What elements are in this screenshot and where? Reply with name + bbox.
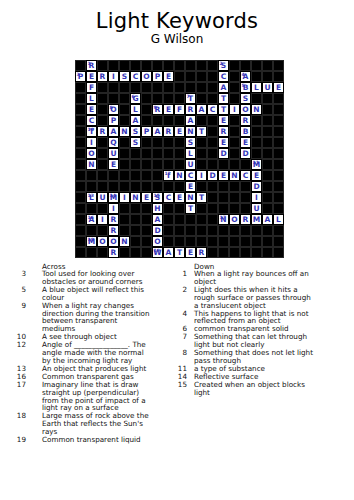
black-cell bbox=[185, 214, 196, 225]
clue-text: Something that can let through light but… bbox=[194, 333, 316, 349]
grid-cell-r17c10[interactable]: E bbox=[185, 247, 196, 258]
cell-letter: E bbox=[177, 193, 182, 203]
clue-number: 7 bbox=[175, 333, 187, 349]
grid-cell-r14c14[interactable]: O bbox=[229, 214, 240, 225]
black-cell bbox=[108, 93, 119, 104]
grid-cell-r12c9[interactable]: E bbox=[174, 192, 185, 203]
clue-item: 4This happens to light that is not refle… bbox=[175, 310, 350, 326]
clue-item: 12Angle of _______________. The angle ma… bbox=[14, 341, 164, 365]
black-cell bbox=[273, 225, 284, 236]
grid-cell-r4c13[interactable]: T bbox=[218, 104, 229, 115]
black-cell bbox=[207, 159, 218, 170]
black-cell bbox=[251, 148, 262, 159]
black-cell bbox=[141, 137, 152, 148]
black-cell bbox=[196, 60, 207, 71]
black-cell bbox=[229, 192, 240, 203]
cell-letter: A bbox=[133, 116, 139, 126]
clue-item: 19Common transparent liquid bbox=[14, 436, 164, 444]
cell-letter: I bbox=[112, 204, 115, 214]
black-cell bbox=[185, 82, 196, 93]
grid-cell-r7c10[interactable]: S bbox=[185, 137, 196, 148]
black-cell bbox=[196, 115, 207, 126]
grid-cell-r2c17[interactable]: U bbox=[262, 82, 273, 93]
black-cell bbox=[229, 82, 240, 93]
black-cell bbox=[75, 115, 86, 126]
grid-cell-r17c8[interactable]: A bbox=[163, 247, 174, 258]
black-cell bbox=[240, 181, 251, 192]
black-cell bbox=[130, 148, 141, 159]
grid-cell-r13c3[interactable]: I bbox=[108, 203, 119, 214]
grid-cell-r12c10[interactable]: N bbox=[185, 192, 196, 203]
grid-cell-r5c5[interactable]: A bbox=[130, 115, 141, 126]
cell-letter: N bbox=[187, 127, 193, 137]
black-cell bbox=[174, 225, 185, 236]
grid-cell-r12c3[interactable]: 14M bbox=[108, 192, 119, 203]
grid-cell-r14c13[interactable]: 17N bbox=[218, 214, 229, 225]
cell-letter: C bbox=[89, 116, 95, 126]
cell-number: 11 bbox=[253, 160, 259, 165]
clue-item: 3Tool used for looking over obstacles or… bbox=[14, 270, 164, 286]
black-cell bbox=[152, 93, 163, 104]
grid-cell-r1c13[interactable]: C bbox=[218, 71, 229, 82]
grid-cell-r12c1[interactable]: 13L bbox=[86, 192, 97, 203]
black-cell bbox=[75, 214, 86, 225]
black-cell bbox=[185, 60, 196, 71]
cell-letter: C bbox=[133, 72, 139, 82]
black-cell bbox=[207, 60, 218, 71]
black-cell bbox=[141, 115, 152, 126]
black-cell bbox=[75, 225, 86, 236]
black-cell bbox=[273, 148, 284, 159]
grid-cell-r10c10[interactable]: C bbox=[185, 170, 196, 181]
black-cell bbox=[119, 181, 130, 192]
black-cell bbox=[207, 137, 218, 148]
clue-text: A blue object will reflect this colour bbox=[42, 286, 152, 302]
black-cell bbox=[163, 148, 174, 159]
black-cell bbox=[229, 71, 240, 82]
grid-cell-r6c11[interactable]: T bbox=[196, 126, 207, 137]
grid-cell-r10c16[interactable]: E bbox=[251, 170, 262, 181]
grid-cell-r14c3[interactable]: R bbox=[108, 214, 119, 225]
grid-cell-r2c16[interactable]: L bbox=[251, 82, 262, 93]
black-cell bbox=[273, 192, 284, 203]
grid-cell-r14c18[interactable]: L bbox=[273, 214, 284, 225]
grid-cell-r5c13[interactable]: E bbox=[218, 115, 229, 126]
cell-letter: S bbox=[122, 72, 127, 82]
grid-cell-r10c15[interactable]: C bbox=[240, 170, 251, 181]
grid-cell-r2c15[interactable]: 5B bbox=[240, 82, 251, 93]
black-cell bbox=[262, 159, 273, 170]
black-cell bbox=[97, 82, 108, 93]
grid-cell-r14c17[interactable]: A bbox=[262, 214, 273, 225]
black-cell bbox=[75, 192, 86, 203]
cell-number: 1 bbox=[88, 61, 91, 66]
grid-cell-r7c13[interactable]: E bbox=[218, 137, 229, 148]
black-cell bbox=[185, 71, 196, 82]
black-cell bbox=[152, 148, 163, 159]
grid-cell-r3c10[interactable]: 7T bbox=[185, 93, 196, 104]
grid-cell-r12c7[interactable]: 15S bbox=[152, 192, 163, 203]
grid-cell-r4c10[interactable]: R bbox=[185, 104, 196, 115]
black-cell bbox=[108, 181, 119, 192]
black-cell bbox=[130, 236, 141, 247]
cell-letter: R bbox=[221, 127, 227, 137]
grid-cell-r14c2[interactable]: I bbox=[97, 214, 108, 225]
black-cell bbox=[174, 214, 185, 225]
cell-letter: R bbox=[199, 248, 205, 258]
grid-cell-r14c1[interactable]: 16A bbox=[86, 214, 97, 225]
grid-cell-r5c3[interactable]: P bbox=[108, 115, 119, 126]
black-cell bbox=[75, 236, 86, 247]
cell-letter: I bbox=[123, 193, 126, 203]
grid-cell-r14c16[interactable]: M bbox=[251, 214, 262, 225]
grid-cell-r12c11[interactable]: T bbox=[196, 192, 207, 203]
black-cell bbox=[207, 203, 218, 214]
cell-letter: T bbox=[177, 248, 182, 258]
cell-letter: D bbox=[154, 226, 160, 236]
grid-cell-r2c18[interactable]: E bbox=[273, 82, 284, 93]
black-cell bbox=[152, 170, 163, 181]
cell-number: 12 bbox=[165, 171, 171, 176]
black-cell bbox=[273, 115, 284, 126]
black-cell bbox=[75, 247, 86, 258]
black-cell bbox=[174, 137, 185, 148]
grid-cell-r4c11[interactable]: A bbox=[196, 104, 207, 115]
grid-cell-r16c7[interactable]: O bbox=[152, 236, 163, 247]
black-cell bbox=[141, 148, 152, 159]
grid-cell-r17c7[interactable]: 19W bbox=[152, 247, 163, 258]
cell-letter: A bbox=[155, 127, 161, 137]
cell-number: 14 bbox=[110, 193, 116, 198]
black-cell bbox=[196, 203, 207, 214]
clue-number: 2 bbox=[175, 286, 187, 310]
grid-cell-r4c8[interactable]: E bbox=[163, 104, 174, 115]
black-cell bbox=[97, 60, 108, 71]
grid-cell-r1c0[interactable]: 3P bbox=[75, 71, 86, 82]
black-cell bbox=[262, 192, 273, 203]
cell-letter: E bbox=[221, 116, 226, 126]
cell-letter: O bbox=[99, 237, 105, 247]
black-cell bbox=[163, 214, 174, 225]
grid-cell-r12c5[interactable]: N bbox=[130, 192, 141, 203]
black-cell bbox=[141, 225, 152, 236]
grid-cell-r13c7[interactable]: H bbox=[152, 203, 163, 214]
black-cell bbox=[130, 214, 141, 225]
clue-text: Imaginary line that is draw straight up … bbox=[42, 381, 152, 413]
clue-number: 1 bbox=[175, 270, 187, 286]
cell-number: 13 bbox=[88, 193, 94, 198]
black-cell bbox=[119, 82, 130, 93]
cell-letter: N bbox=[121, 127, 127, 137]
grid-cell-r16c2[interactable]: O bbox=[97, 236, 108, 247]
cell-letter: N bbox=[253, 105, 259, 115]
grid-cell-r16c4[interactable]: N bbox=[119, 236, 130, 247]
black-cell bbox=[141, 170, 152, 181]
grid-cell-r12c2[interactable]: U bbox=[97, 192, 108, 203]
grid-cell-r3c1[interactable]: L bbox=[86, 93, 97, 104]
grid-cell-r14c15[interactable]: R bbox=[240, 214, 251, 225]
grid-cell-r7c3[interactable]: Q bbox=[108, 137, 119, 148]
grid-cell-r5c1[interactable]: C bbox=[86, 115, 97, 126]
grid-cell-r3c13[interactable]: T bbox=[218, 93, 229, 104]
grid-cell-r3c15[interactable]: S bbox=[240, 93, 251, 104]
cell-letter: R bbox=[111, 215, 117, 225]
black-cell bbox=[119, 159, 130, 170]
cell-letter: S bbox=[133, 138, 138, 148]
grid-cell-r8c13[interactable]: D bbox=[218, 148, 229, 159]
grid-cell-r2c13[interactable]: A bbox=[218, 82, 229, 93]
cell-number: 18 bbox=[88, 237, 94, 242]
cell-number: 19 bbox=[154, 248, 160, 253]
grid-cell-r6c10[interactable]: N bbox=[185, 126, 196, 137]
grid-cell-r6c4[interactable]: N bbox=[119, 126, 130, 137]
cell-letter: E bbox=[188, 248, 193, 258]
cell-letter: P bbox=[155, 72, 161, 82]
cell-number: 15 bbox=[154, 193, 160, 198]
grid-cell-r2c1[interactable]: F bbox=[86, 82, 97, 93]
grid-cell-r9c3[interactable]: E bbox=[108, 159, 119, 170]
cell-number: 6 bbox=[132, 94, 135, 99]
black-cell bbox=[75, 137, 86, 148]
grid-cell-r1c2[interactable]: R bbox=[97, 71, 108, 82]
grid-cell-r9c1[interactable]: N bbox=[86, 159, 97, 170]
grid-cell-r0c1[interactable]: 1R bbox=[86, 60, 97, 71]
cell-letter: U bbox=[110, 149, 116, 159]
black-cell bbox=[207, 236, 218, 247]
grid-cell-r4c7[interactable]: 9R bbox=[152, 104, 163, 115]
black-cell bbox=[262, 71, 273, 82]
black-cell bbox=[141, 214, 152, 225]
cell-letter: D bbox=[242, 149, 248, 159]
grid-cell-r7c1[interactable]: I bbox=[86, 137, 97, 148]
cell-letter: C bbox=[243, 171, 249, 181]
grid-cell-r0c13[interactable]: 2S bbox=[218, 60, 229, 71]
grid-cell-r12c16[interactable]: I bbox=[251, 192, 262, 203]
clue-text: Angle of _______________. The angle made… bbox=[42, 341, 152, 365]
grid-cell-r1c4[interactable]: S bbox=[119, 71, 130, 82]
black-cell bbox=[141, 236, 152, 247]
grid-cell-r15c7[interactable]: D bbox=[152, 225, 163, 236]
grid-cell-r4c16[interactable]: N bbox=[251, 104, 262, 115]
grid-cell-r10c11[interactable]: I bbox=[196, 170, 207, 181]
grid-cell-r10c14[interactable]: N bbox=[229, 170, 240, 181]
cell-number: 3 bbox=[77, 72, 80, 77]
grid-cell-r17c9[interactable]: T bbox=[174, 247, 185, 258]
grid-cell-r10c9[interactable]: N bbox=[174, 170, 185, 181]
black-cell bbox=[75, 159, 86, 170]
grid-cell-r6c9[interactable]: E bbox=[174, 126, 185, 137]
black-cell bbox=[262, 203, 273, 214]
cell-letter: N bbox=[132, 193, 138, 203]
black-cell bbox=[163, 236, 174, 247]
clue-item: 15Created when an object blocks light bbox=[175, 381, 350, 397]
cell-letter: A bbox=[265, 215, 271, 225]
grid-cell-r1c15[interactable]: 4A bbox=[240, 71, 251, 82]
black-cell bbox=[273, 170, 284, 181]
cell-letter: I bbox=[90, 138, 93, 148]
grid-cell-r7c15[interactable]: E bbox=[240, 137, 251, 148]
grid-cell-r5c15[interactable]: R bbox=[240, 115, 251, 126]
grid-cell-r4c14[interactable]: I bbox=[229, 104, 240, 115]
black-cell bbox=[229, 247, 240, 258]
black-cell bbox=[152, 181, 163, 192]
black-cell bbox=[251, 115, 262, 126]
grid-cell-r6c2[interactable]: R bbox=[97, 126, 108, 137]
black-cell bbox=[75, 170, 86, 181]
black-cell bbox=[97, 137, 108, 148]
black-cell bbox=[174, 71, 185, 82]
grid-cell-r10c8[interactable]: 12I bbox=[163, 170, 174, 181]
grid-cell-r6c7[interactable]: A bbox=[152, 126, 163, 137]
grid-cell-r1c3[interactable]: I bbox=[108, 71, 119, 82]
grid-cell-r7c5[interactable]: S bbox=[130, 137, 141, 148]
black-cell bbox=[152, 159, 163, 170]
black-cell bbox=[75, 104, 86, 115]
black-cell bbox=[163, 225, 174, 236]
cell-number: 4 bbox=[242, 72, 245, 77]
black-cell bbox=[218, 203, 229, 214]
black-cell bbox=[262, 115, 273, 126]
black-cell bbox=[229, 181, 240, 192]
grid-cell-r16c1[interactable]: 18M bbox=[86, 236, 97, 247]
black-cell bbox=[174, 82, 185, 93]
grid-cell-r11c10[interactable]: E bbox=[185, 181, 196, 192]
clue-text: Large mass of rock above the Earth that … bbox=[42, 412, 152, 436]
black-cell bbox=[196, 225, 207, 236]
cell-letter: A bbox=[199, 105, 205, 115]
black-cell bbox=[97, 181, 108, 192]
grid-cell-r4c9[interactable]: F bbox=[174, 104, 185, 115]
grid-cell-r15c3[interactable]: R bbox=[108, 225, 119, 236]
grid-cell-r10c12[interactable]: D bbox=[207, 170, 218, 181]
black-cell bbox=[240, 203, 251, 214]
grid-cell-r4c3[interactable]: 8O bbox=[108, 104, 119, 115]
grid-cell-r8c15[interactable]: D bbox=[240, 148, 251, 159]
grid-cell-r4c1[interactable]: E bbox=[86, 104, 97, 115]
black-cell bbox=[185, 225, 196, 236]
clue-number: 4 bbox=[175, 310, 187, 326]
grid-cell-r9c10[interactable]: U bbox=[185, 159, 196, 170]
grid-cell-r9c16[interactable]: 11M bbox=[251, 159, 262, 170]
cell-letter: A bbox=[188, 116, 194, 126]
cell-letter: H bbox=[154, 204, 160, 214]
cell-number: 17 bbox=[220, 215, 226, 220]
black-cell bbox=[130, 225, 141, 236]
grid-cell-r14c7[interactable]: A bbox=[152, 214, 163, 225]
cell-letter: R bbox=[111, 226, 117, 236]
grid-cell-r8c10[interactable]: L bbox=[185, 148, 196, 159]
cell-letter: O bbox=[88, 149, 94, 159]
black-cell bbox=[262, 93, 273, 104]
black-cell bbox=[108, 60, 119, 71]
cell-letter: E bbox=[254, 171, 259, 181]
cell-letter: T bbox=[221, 105, 226, 115]
clue-item: 18Large mass of rock above the Earth tha… bbox=[14, 412, 164, 436]
grid-cell-r6c6[interactable]: P bbox=[141, 126, 152, 137]
black-cell bbox=[262, 247, 273, 258]
black-cell bbox=[218, 181, 229, 192]
clue-number: 8 bbox=[175, 349, 187, 365]
cell-letter: R bbox=[243, 116, 249, 126]
grid-cell-r13c10[interactable]: T bbox=[185, 203, 196, 214]
black-cell bbox=[119, 214, 130, 225]
grid-cell-r6c1[interactable]: 10T bbox=[86, 126, 97, 137]
grid-cell-r17c3[interactable]: R bbox=[108, 247, 119, 258]
black-cell bbox=[218, 247, 229, 258]
black-cell bbox=[240, 247, 251, 258]
black-cell bbox=[196, 82, 207, 93]
grid-cell-r6c13[interactable]: R bbox=[218, 126, 229, 137]
black-cell bbox=[163, 203, 174, 214]
black-cell bbox=[97, 225, 108, 236]
grid-cell-r16c3[interactable]: O bbox=[108, 236, 119, 247]
clue-item: 7Something that can let through light bu… bbox=[175, 333, 350, 349]
grid-cell-r4c5[interactable]: L bbox=[130, 104, 141, 115]
cell-letter: C bbox=[221, 72, 227, 82]
grid-cell-r1c5[interactable]: C bbox=[130, 71, 141, 82]
grid-cell-r12c8[interactable]: C bbox=[163, 192, 174, 203]
black-cell bbox=[119, 137, 130, 148]
grid-cell-r1c1[interactable]: E bbox=[86, 71, 97, 82]
cell-letter: T bbox=[199, 193, 204, 203]
black-cell bbox=[130, 247, 141, 258]
grid-cell-r5c10[interactable]: A bbox=[185, 115, 196, 126]
grid-cell-r11c16[interactable]: D bbox=[251, 181, 262, 192]
grid-cell-r4c12[interactable]: C bbox=[207, 104, 218, 115]
black-cell bbox=[152, 60, 163, 71]
cell-letter: E bbox=[221, 171, 226, 181]
grid-cell-r6c15[interactable]: B bbox=[240, 126, 251, 137]
black-cell bbox=[196, 181, 207, 192]
grid-cell-r13c16[interactable]: U bbox=[251, 203, 262, 214]
grid-cell-r10c13[interactable]: E bbox=[218, 170, 229, 181]
cell-letter: T bbox=[221, 94, 226, 104]
black-cell bbox=[196, 159, 207, 170]
grid-cell-r8c1[interactable]: O bbox=[86, 148, 97, 159]
black-cell bbox=[163, 93, 174, 104]
clue-text: Light does this when it hits a rough sur… bbox=[194, 286, 316, 310]
black-cell bbox=[86, 170, 97, 181]
grid-cell-r6c3[interactable]: A bbox=[108, 126, 119, 137]
clue-number: 12 bbox=[14, 341, 26, 365]
grid-cell-r1c8[interactable]: E bbox=[163, 71, 174, 82]
black-cell bbox=[163, 82, 174, 93]
cell-letter: R bbox=[100, 72, 106, 82]
grid-cell-r12c6[interactable]: E bbox=[141, 192, 152, 203]
cell-letter: E bbox=[89, 105, 94, 115]
grid-cell-r6c8[interactable]: R bbox=[163, 126, 174, 137]
grid-cell-r4c15[interactable]: O bbox=[240, 104, 251, 115]
cell-letter: O bbox=[110, 237, 116, 247]
black-cell bbox=[75, 60, 86, 71]
grid-cell-r8c3[interactable]: U bbox=[108, 148, 119, 159]
grid-cell-r1c7[interactable]: P bbox=[152, 71, 163, 82]
grid-cell-r6c5[interactable]: S bbox=[130, 126, 141, 137]
grid-cell-r12c4[interactable]: I bbox=[119, 192, 130, 203]
cell-letter: O bbox=[242, 105, 248, 115]
black-cell bbox=[119, 115, 130, 126]
grid-cell-r1c6[interactable]: O bbox=[141, 71, 152, 82]
grid-cell-r17c11[interactable]: R bbox=[196, 247, 207, 258]
grid-cell-r3c5[interactable]: 6G bbox=[130, 93, 141, 104]
cell-letter: C bbox=[188, 171, 194, 181]
black-cell bbox=[108, 170, 119, 181]
black-cell bbox=[97, 148, 108, 159]
cell-letter: I bbox=[200, 171, 203, 181]
black-cell bbox=[251, 225, 262, 236]
black-cell bbox=[251, 137, 262, 148]
black-cell bbox=[174, 181, 185, 192]
